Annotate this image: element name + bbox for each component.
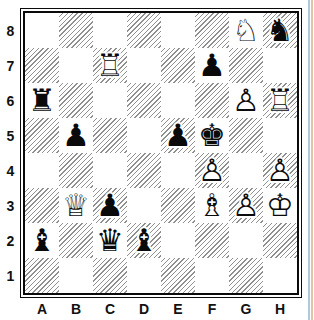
square-g7 [229,48,263,83]
square-c5 [93,118,127,153]
square-e6 [161,83,195,118]
piece-fill: ♟ [263,153,297,188]
square-f1 [195,258,229,293]
file-label-a: A [25,300,59,318]
square-d2: ♝ [127,223,161,258]
piece-white-rook: ♖ [93,48,127,83]
file-label-g: G [229,300,263,318]
square-b2 [59,223,93,258]
square-c2: ♛ [93,223,127,258]
piece-white-rook: ♖ [263,83,297,118]
piece-white-queen: ♕ [59,188,93,223]
piece-white-king: ♔ [263,188,297,223]
piece-black-knight: ♞ [263,13,297,48]
square-g8: ♞♘ [229,13,263,48]
square-a6: ♜ [25,83,59,118]
square-g1 [229,258,263,293]
square-e3 [161,188,195,223]
piece-white-bishop: ♗ [195,188,229,223]
file-label-e: E [161,300,195,318]
piece-white-pawn: ♙ [195,153,229,188]
piece-white-knight: ♘ [229,13,263,48]
square-d8 [127,13,161,48]
piece-fill: ♟ [229,188,263,223]
rank-labels: 87654321 [3,13,18,293]
square-f5: ♚ [195,118,229,153]
square-h3: ♚♔ [263,188,297,223]
piece-fill: ♚ [263,188,297,223]
square-h1 [263,258,297,293]
board-inner-frame: ♞♘♞♜♖♟♜♟♙♜♖♟♟♚♟♙♟♙♛♕♟♝♗♟♙♚♔♝♛♝ [23,11,299,295]
square-f8 [195,13,229,48]
piece-fill: ♟ [195,153,229,188]
rank-label-4: 4 [3,153,18,188]
rank-label-2: 2 [3,223,18,258]
piece-black-queen: ♛ [93,223,127,258]
piece-fill: ♞ [229,13,263,48]
file-label-h: H [263,300,297,318]
chess-board: ♞♘♞♜♖♟♜♟♙♜♖♟♟♚♟♙♟♙♛♕♟♝♗♟♙♚♔♝♛♝ [25,13,297,293]
square-c7: ♜♖ [93,48,127,83]
rank-label-3: 3 [3,188,18,223]
piece-fill: ♝ [195,188,229,223]
rank-label-6: 6 [3,83,18,118]
square-h5 [263,118,297,153]
square-e8 [161,13,195,48]
rank-label-8: 8 [3,13,18,48]
square-b3: ♛♕ [59,188,93,223]
piece-black-rook: ♜ [25,83,59,118]
chess-diagram: 87654321 ♞♘♞♜♖♟♜♟♙♜♖♟♟♚♟♙♟♙♛♕♟♝♗♟♙♚♔♝♛♝ … [0,0,314,320]
square-d6 [127,83,161,118]
square-d4 [127,153,161,188]
square-f2 [195,223,229,258]
square-d1 [127,258,161,293]
square-g3: ♟♙ [229,188,263,223]
square-c6 [93,83,127,118]
piece-white-pawn: ♙ [229,188,263,223]
file-labels: ABCDEFGH [25,300,297,318]
piece-white-pawn: ♙ [229,83,263,118]
square-a4 [25,153,59,188]
square-a7 [25,48,59,83]
square-g6: ♟♙ [229,83,263,118]
square-e7 [161,48,195,83]
square-f4: ♟♙ [195,153,229,188]
square-e4 [161,153,195,188]
square-a5 [25,118,59,153]
square-b8 [59,13,93,48]
square-b6 [59,83,93,118]
square-b1 [59,258,93,293]
square-h2 [263,223,297,258]
square-c8 [93,13,127,48]
file-label-b: B [59,300,93,318]
square-a3 [25,188,59,223]
piece-black-pawn: ♟ [93,188,127,223]
scan-artifact-blue-line [308,0,310,320]
piece-black-pawn: ♟ [59,118,93,153]
square-c4 [93,153,127,188]
square-f7: ♟ [195,48,229,83]
piece-black-bishop: ♝ [25,223,59,258]
piece-fill: ♛ [59,188,93,223]
square-e5: ♟ [161,118,195,153]
square-e2 [161,223,195,258]
rank-label-5: 5 [3,118,18,153]
square-g5 [229,118,263,153]
square-c1 [93,258,127,293]
square-h4: ♟♙ [263,153,297,188]
piece-fill: ♜ [93,48,127,83]
piece-fill: ♜ [263,83,297,118]
board-frame: ♞♘♞♜♖♟♜♟♙♜♖♟♟♚♟♙♟♙♛♕♟♝♗♟♙♚♔♝♛♝ [20,8,302,298]
square-d3 [127,188,161,223]
square-d5 [127,118,161,153]
square-f6 [195,83,229,118]
piece-white-pawn: ♙ [263,153,297,188]
piece-black-pawn: ♟ [161,118,195,153]
rank-label-1: 1 [3,258,18,293]
file-label-c: C [93,300,127,318]
piece-black-king: ♚ [195,118,229,153]
rank-label-7: 7 [3,48,18,83]
piece-black-pawn: ♟ [195,48,229,83]
square-f3: ♝♗ [195,188,229,223]
square-c3: ♟ [93,188,127,223]
square-h7 [263,48,297,83]
piece-fill: ♟ [229,83,263,118]
square-a8 [25,13,59,48]
square-h8: ♞ [263,13,297,48]
square-h6: ♜♖ [263,83,297,118]
square-b4 [59,153,93,188]
square-e1 [161,258,195,293]
square-g2 [229,223,263,258]
file-label-d: D [127,300,161,318]
piece-black-bishop: ♝ [127,223,161,258]
square-d7 [127,48,161,83]
file-label-f: F [195,300,229,318]
scan-artifact-tan-line [311,0,313,320]
square-g4 [229,153,263,188]
square-a1 [25,258,59,293]
square-b5: ♟ [59,118,93,153]
square-a2: ♝ [25,223,59,258]
square-b7 [59,48,93,83]
